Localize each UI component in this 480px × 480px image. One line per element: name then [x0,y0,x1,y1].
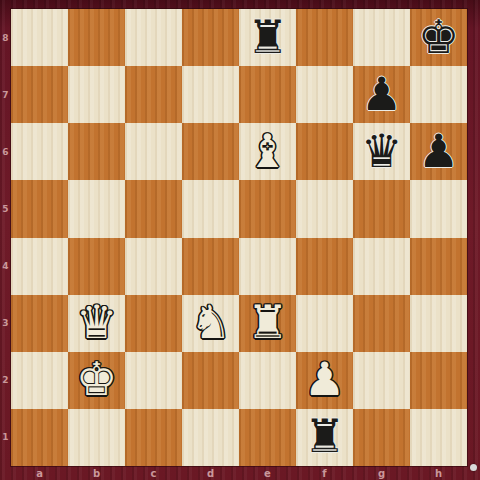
square-a7[interactable] [11,66,68,123]
square-f8[interactable] [296,9,353,66]
square-h4[interactable] [410,238,467,295]
black-rook[interactable]: ♜ [304,413,345,459]
chess-board: ♜♚♟♝♛♟♛♞♜♚♟♜ [11,9,467,466]
square-f5[interactable] [296,180,353,237]
square-e1[interactable] [239,409,296,466]
square-h6[interactable]: ♟ [410,123,467,180]
square-f3[interactable] [296,295,353,352]
white-knight[interactable]: ♞ [190,299,231,345]
white-bishop[interactable]: ♝ [247,128,288,174]
square-f6[interactable] [296,123,353,180]
rank-label-4: 4 [0,238,11,295]
square-c8[interactable] [125,9,182,66]
square-d7[interactable] [182,66,239,123]
square-b3[interactable]: ♛ [68,295,125,352]
file-label-b: b [68,466,125,480]
square-g5[interactable] [353,180,410,237]
white-rook[interactable]: ♜ [247,299,288,345]
square-g4[interactable] [353,238,410,295]
square-c4[interactable] [125,238,182,295]
file-label-a: a [11,466,68,480]
file-label-g: g [353,466,410,480]
square-c3[interactable] [125,295,182,352]
rank-label-5: 5 [0,180,11,237]
black-king[interactable]: ♚ [418,14,459,60]
rank-labels: 87654321 [0,9,11,466]
file-labels: abcdefgh [11,466,467,480]
square-f2[interactable]: ♟ [296,352,353,409]
square-f7[interactable] [296,66,353,123]
rank-label-1: 1 [0,409,11,466]
file-label-d: d [182,466,239,480]
square-c1[interactable] [125,409,182,466]
square-f4[interactable] [296,238,353,295]
square-e3[interactable]: ♜ [239,295,296,352]
square-g6[interactable]: ♛ [353,123,410,180]
square-b6[interactable] [68,123,125,180]
square-g7[interactable]: ♟ [353,66,410,123]
square-d2[interactable] [182,352,239,409]
square-b7[interactable] [68,66,125,123]
black-rook[interactable]: ♜ [247,14,288,60]
black-pawn[interactable]: ♟ [361,71,402,117]
square-h2[interactable] [410,352,467,409]
square-e4[interactable] [239,238,296,295]
corner-marker-dot [470,464,477,471]
square-g2[interactable] [353,352,410,409]
square-e8[interactable]: ♜ [239,9,296,66]
square-b8[interactable] [68,9,125,66]
square-a2[interactable] [11,352,68,409]
square-a4[interactable] [11,238,68,295]
square-g8[interactable] [353,9,410,66]
square-e5[interactable] [239,180,296,237]
white-pawn[interactable]: ♟ [304,356,345,402]
rank-label-8: 8 [0,9,11,66]
square-h1[interactable] [410,409,467,466]
rank-label-2: 2 [0,352,11,409]
square-d8[interactable] [182,9,239,66]
square-a5[interactable] [11,180,68,237]
file-label-e: e [239,466,296,480]
rank-label-6: 6 [0,123,11,180]
black-queen[interactable]: ♛ [361,128,402,174]
square-a3[interactable] [11,295,68,352]
square-h3[interactable] [410,295,467,352]
square-a6[interactable] [11,123,68,180]
square-e2[interactable] [239,352,296,409]
square-g3[interactable] [353,295,410,352]
white-king[interactable]: ♚ [76,356,117,402]
chess-board-screenshot: ♜♚♟♝♛♟♛♞♜♚♟♜ 87654321 abcdefgh [0,0,480,480]
square-e7[interactable] [239,66,296,123]
square-b5[interactable] [68,180,125,237]
square-b4[interactable] [68,238,125,295]
rank-label-3: 3 [0,295,11,352]
square-d5[interactable] [182,180,239,237]
square-f1[interactable]: ♜ [296,409,353,466]
square-d1[interactable] [182,409,239,466]
square-b2[interactable]: ♚ [68,352,125,409]
square-c5[interactable] [125,180,182,237]
file-label-c: c [125,466,182,480]
file-label-h: h [410,466,467,480]
square-a8[interactable] [11,9,68,66]
square-b1[interactable] [68,409,125,466]
square-d4[interactable] [182,238,239,295]
square-c7[interactable] [125,66,182,123]
square-h5[interactable] [410,180,467,237]
rank-label-7: 7 [0,66,11,123]
square-e6[interactable]: ♝ [239,123,296,180]
square-g1[interactable] [353,409,410,466]
square-h7[interactable] [410,66,467,123]
square-d3[interactable]: ♞ [182,295,239,352]
square-d6[interactable] [182,123,239,180]
square-a1[interactable] [11,409,68,466]
black-pawn[interactable]: ♟ [418,128,459,174]
white-queen[interactable]: ♛ [76,299,117,345]
square-c2[interactable] [125,352,182,409]
file-label-f: f [296,466,353,480]
square-c6[interactable] [125,123,182,180]
square-h8[interactable]: ♚ [410,9,467,66]
